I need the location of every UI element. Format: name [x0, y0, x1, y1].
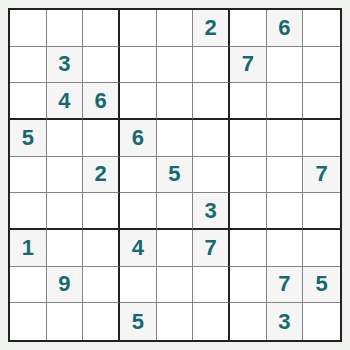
sudoku-cell-r9c3[interactable] — [83, 303, 120, 340]
sudoku-cell-r9c4[interactable]: 5 — [120, 303, 157, 340]
sudoku-cell-r8c7[interactable] — [230, 267, 267, 304]
sudoku-cell-r4c8[interactable] — [267, 120, 304, 157]
sudoku-cell-r8c8[interactable]: 7 — [267, 267, 304, 304]
sudoku-cell-r7c5[interactable] — [157, 230, 194, 267]
sudoku-cell-r8c3[interactable] — [83, 267, 120, 304]
sudoku-cell-r4c9[interactable] — [303, 120, 340, 157]
sudoku-cell-r4c7[interactable] — [230, 120, 267, 157]
sudoku-cell-r4c2[interactable] — [47, 120, 84, 157]
sudoku-cell-r2c5[interactable] — [157, 47, 194, 84]
sudoku-cell-r3c7[interactable] — [230, 83, 267, 120]
sudoku-cell-r2c2[interactable]: 3 — [47, 47, 84, 84]
sudoku-cell-r2c3[interactable] — [83, 47, 120, 84]
sudoku-cell-r9c1[interactable] — [10, 303, 47, 340]
sudoku-cell-r6c3[interactable] — [83, 193, 120, 230]
sudoku-cell-r4c1[interactable]: 5 — [10, 120, 47, 157]
sudoku-cell-r3c9[interactable] — [303, 83, 340, 120]
sudoku-cell-r7c9[interactable] — [303, 230, 340, 267]
sudoku-cell-r6c4[interactable] — [120, 193, 157, 230]
sudoku-cell-r1c3[interactable] — [83, 10, 120, 47]
sudoku-cell-r2c4[interactable] — [120, 47, 157, 84]
sudoku-cell-r4c3[interactable] — [83, 120, 120, 157]
sudoku-cell-r3c6[interactable] — [193, 83, 230, 120]
sudoku-cell-r1c9[interactable] — [303, 10, 340, 47]
sudoku-cell-r3c4[interactable] — [120, 83, 157, 120]
sudoku-cell-r6c8[interactable] — [267, 193, 304, 230]
sudoku-cell-r2c7[interactable]: 7 — [230, 47, 267, 84]
sudoku-cell-r2c9[interactable] — [303, 47, 340, 84]
sudoku-board: 26374656257314797553 — [8, 8, 342, 342]
sudoku-cell-r1c5[interactable] — [157, 10, 194, 47]
sudoku-cell-r1c4[interactable] — [120, 10, 157, 47]
sudoku-cell-r9c6[interactable] — [193, 303, 230, 340]
sudoku-cell-r2c1[interactable] — [10, 47, 47, 84]
sudoku-cell-r6c5[interactable] — [157, 193, 194, 230]
sudoku-cell-r6c1[interactable] — [10, 193, 47, 230]
sudoku-cell-r5c8[interactable] — [267, 157, 304, 194]
sudoku-cell-r9c8[interactable]: 3 — [267, 303, 304, 340]
sudoku-cell-r8c5[interactable] — [157, 267, 194, 304]
sudoku-cell-r3c1[interactable] — [10, 83, 47, 120]
sudoku-cell-r8c2[interactable]: 9 — [47, 267, 84, 304]
sudoku-cell-r7c2[interactable] — [47, 230, 84, 267]
sudoku-cell-r3c8[interactable] — [267, 83, 304, 120]
sudoku-cell-r5c5[interactable]: 5 — [157, 157, 194, 194]
sudoku-cell-r7c4[interactable]: 4 — [120, 230, 157, 267]
sudoku-cell-r3c3[interactable]: 6 — [83, 83, 120, 120]
sudoku-cell-r6c6[interactable]: 3 — [193, 193, 230, 230]
sudoku-cell-r9c9[interactable] — [303, 303, 340, 340]
sudoku-cell-r7c3[interactable] — [83, 230, 120, 267]
sudoku-cell-r9c5[interactable] — [157, 303, 194, 340]
sudoku-cell-r6c7[interactable] — [230, 193, 267, 230]
sudoku-cell-r1c2[interactable] — [47, 10, 84, 47]
sudoku-cell-r5c7[interactable] — [230, 157, 267, 194]
sudoku-cell-r7c7[interactable] — [230, 230, 267, 267]
sudoku-cell-r4c4[interactable]: 6 — [120, 120, 157, 157]
sudoku-cell-r5c9[interactable]: 7 — [303, 157, 340, 194]
sudoku-cell-r2c6[interactable] — [193, 47, 230, 84]
sudoku-cell-r8c4[interactable] — [120, 267, 157, 304]
sudoku-cell-r7c8[interactable] — [267, 230, 304, 267]
sudoku-cell-r3c5[interactable] — [157, 83, 194, 120]
sudoku-cell-r7c6[interactable]: 7 — [193, 230, 230, 267]
sudoku-cell-r4c5[interactable] — [157, 120, 194, 157]
sudoku-cell-r1c1[interactable] — [10, 10, 47, 47]
sudoku-cell-r9c2[interactable] — [47, 303, 84, 340]
sudoku-cell-r9c7[interactable] — [230, 303, 267, 340]
sudoku-cell-r6c2[interactable] — [47, 193, 84, 230]
sudoku-cell-r5c1[interactable] — [10, 157, 47, 194]
sudoku-cell-r5c3[interactable]: 2 — [83, 157, 120, 194]
sudoku-cell-r5c4[interactable] — [120, 157, 157, 194]
sudoku-cell-r1c8[interactable]: 6 — [267, 10, 304, 47]
sudoku-cell-r8c6[interactable] — [193, 267, 230, 304]
sudoku-cell-r7c1[interactable]: 1 — [10, 230, 47, 267]
sudoku-cell-r2c8[interactable] — [267, 47, 304, 84]
sudoku-cell-r1c7[interactable] — [230, 10, 267, 47]
sudoku-cell-r8c1[interactable] — [10, 267, 47, 304]
sudoku-cell-r8c9[interactable]: 5 — [303, 267, 340, 304]
sudoku-cell-r1c6[interactable]: 2 — [193, 10, 230, 47]
sudoku-cell-r5c6[interactable] — [193, 157, 230, 194]
sudoku-cell-r3c2[interactable]: 4 — [47, 83, 84, 120]
sudoku-cell-r4c6[interactable] — [193, 120, 230, 157]
sudoku-cell-r5c2[interactable] — [47, 157, 84, 194]
sudoku-cell-r6c9[interactable] — [303, 193, 340, 230]
